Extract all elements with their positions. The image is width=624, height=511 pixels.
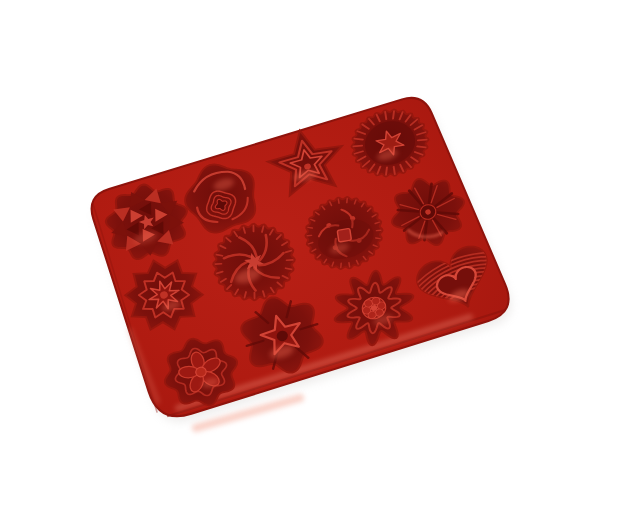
product-photo: round blossom cavity with faceted studsr… — [0, 0, 624, 511]
mold-scene: round blossom cavity with faceted studsr… — [0, 0, 624, 511]
